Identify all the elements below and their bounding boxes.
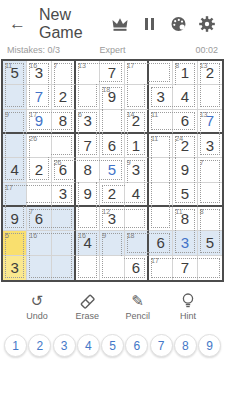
eraser-icon bbox=[79, 293, 96, 309]
cage-sum: 9 bbox=[5, 111, 9, 118]
num-button-8[interactable]: 8 bbox=[174, 334, 197, 357]
cage-sum: 17 bbox=[5, 184, 13, 191]
given-digit: 9 bbox=[76, 183, 99, 205]
crown-icon[interactable] bbox=[111, 16, 129, 32]
given-digit: 6 bbox=[173, 110, 196, 132]
cell-r0c7[interactable]: 81 bbox=[173, 61, 197, 85]
cell-r6c6[interactable] bbox=[149, 207, 173, 231]
cage-sum: 24 bbox=[175, 135, 183, 142]
cell-r5c4[interactable]: 2 bbox=[100, 183, 124, 207]
given-digit: 7 bbox=[76, 134, 99, 157]
given-digit: 7 bbox=[173, 256, 196, 280]
num-button-4[interactable]: 4 bbox=[77, 334, 100, 357]
cell-r2c6[interactable]: 11 bbox=[149, 110, 173, 134]
cell-r4c0[interactable]: 4 bbox=[3, 158, 27, 182]
cell-r3c4[interactable]: 6 bbox=[100, 134, 124, 158]
cell-r7c1[interactable]: 16 bbox=[27, 231, 51, 255]
cage-sum: 11 bbox=[175, 208, 182, 215]
undo-button[interactable]: ↺ Undo bbox=[16, 293, 58, 321]
cage-sum: 8 bbox=[175, 62, 179, 69]
cell-r0c3[interactable]: 13 bbox=[76, 61, 100, 85]
cage-sum: 12 bbox=[102, 208, 110, 215]
top-bar: ← New Game bbox=[0, 0, 225, 38]
entered-digit: 5 bbox=[100, 158, 123, 181]
cage-border bbox=[197, 258, 220, 278]
cell-r8c7[interactable]: 7 bbox=[173, 256, 197, 280]
cage-sum: 9 bbox=[102, 232, 106, 239]
cell-r6c1[interactable]: 76 bbox=[27, 207, 51, 231]
given-digit: 6 bbox=[149, 231, 172, 254]
cage-sum: 13 bbox=[78, 62, 86, 69]
cage-border bbox=[148, 63, 170, 82]
cage-sum: 18 bbox=[127, 232, 135, 239]
cage-border bbox=[78, 255, 97, 278]
page-title: New Game bbox=[39, 6, 111, 42]
given-digit: 2 bbox=[52, 85, 74, 108]
palette-icon[interactable] bbox=[169, 16, 187, 32]
back-arrow-icon[interactable]: ← bbox=[9, 14, 26, 34]
cell-r8c6[interactable]: 17 bbox=[149, 256, 173, 280]
cell-r0c6[interactable] bbox=[149, 61, 173, 85]
given-digit: 3 bbox=[198, 134, 222, 157]
cell-r8c5[interactable]: 6 bbox=[125, 256, 149, 280]
cage-sum: 11 bbox=[151, 135, 158, 142]
num-button-1[interactable]: 1 bbox=[4, 334, 27, 357]
cell-r1c5[interactable] bbox=[125, 85, 149, 109]
settings-gear-icon[interactable] bbox=[198, 16, 216, 32]
cage-sum: 17 bbox=[151, 257, 159, 264]
cell-r6c3[interactable] bbox=[76, 207, 100, 231]
erase-button[interactable]: Erase bbox=[66, 293, 108, 321]
cell-r1c6[interactable]: 3 bbox=[149, 85, 173, 109]
cell-r8c3[interactable] bbox=[76, 256, 100, 280]
cage-sum: 5 bbox=[5, 232, 9, 239]
cage-border bbox=[151, 206, 170, 228]
cell-r3c2[interactable] bbox=[52, 134, 76, 158]
cage-sum: 7 bbox=[29, 208, 33, 215]
cell-r2c5[interactable]: 142 bbox=[125, 110, 149, 134]
cell-r7c6[interactable]: 6 bbox=[149, 231, 173, 255]
cell-r1c4[interactable]: 189 bbox=[100, 85, 124, 109]
top-bar-actions bbox=[111, 16, 216, 32]
cell-r6c2[interactable] bbox=[52, 207, 76, 231]
cell-r6c7[interactable]: 118 bbox=[173, 207, 197, 231]
cell-r7c8[interactable]: 5 bbox=[198, 231, 222, 255]
cell-r3c7[interactable]: 242 bbox=[173, 134, 197, 158]
toolbar: ↺ Undo Erase ✎ Pencil Hint bbox=[0, 282, 225, 321]
status-bar: Mistakes: 0/3 Expert 00:02 bbox=[0, 38, 225, 59]
cell-r4c3[interactable]: 8 bbox=[76, 158, 100, 182]
cell-r6c8[interactable]: 8 bbox=[198, 207, 222, 231]
given-digit: 9 bbox=[173, 158, 196, 181]
cell-r1c1[interactable]: 7 bbox=[27, 85, 51, 109]
cell-r0c5[interactable]: 17 bbox=[125, 61, 149, 85]
cage-sum: 16 bbox=[29, 62, 37, 69]
cell-r8c4[interactable] bbox=[100, 256, 124, 280]
num-button-7[interactable]: 7 bbox=[150, 334, 173, 357]
given-digit: 1 bbox=[125, 134, 147, 157]
cell-r5c3[interactable]: 9 bbox=[76, 183, 100, 207]
cage-sum: 14 bbox=[127, 111, 135, 118]
cage-sum: 11 bbox=[5, 62, 12, 69]
cell-r6c4[interactable]: 123 bbox=[100, 207, 124, 231]
cage-border bbox=[200, 84, 220, 106]
cell-r3c6[interactable]: 11 bbox=[149, 134, 173, 158]
cage-sum: 7 bbox=[200, 159, 204, 166]
cage-border bbox=[127, 84, 145, 106]
cell-r4c8[interactable]: 7 bbox=[198, 158, 222, 182]
given-digit: 5 bbox=[173, 183, 196, 205]
cell-r7c7[interactable]: 3 bbox=[173, 231, 197, 255]
cage-border bbox=[200, 182, 220, 203]
cage-border bbox=[29, 255, 51, 278]
cage-border bbox=[151, 182, 170, 206]
pencil-button[interactable]: ✎ Pencil bbox=[117, 293, 159, 321]
cell-r5c7[interactable]: 5 bbox=[173, 183, 197, 207]
cage-sum: 16 bbox=[78, 232, 86, 239]
cell-r5c6[interactable] bbox=[149, 183, 173, 207]
cell-r1c7[interactable]: 4 bbox=[173, 85, 197, 109]
cell-r7c5[interactable]: 18 bbox=[125, 231, 149, 255]
lightbulb-icon bbox=[182, 293, 194, 309]
cell-r8c2[interactable] bbox=[52, 256, 76, 280]
num-button-9[interactable]: 9 bbox=[198, 334, 221, 357]
timer: 00:02 bbox=[148, 45, 218, 55]
cell-r4c6[interactable] bbox=[149, 158, 173, 182]
number-pad: 123456789 bbox=[0, 321, 225, 357]
cell-r7c2[interactable] bbox=[52, 231, 76, 255]
cage-border bbox=[78, 84, 97, 106]
cell-r1c0[interactable] bbox=[3, 85, 27, 109]
cell-r5c5[interactable]: 4 bbox=[125, 183, 149, 207]
cell-r1c2[interactable]: 2 bbox=[52, 85, 76, 109]
cell-r4c5[interactable]: 93 bbox=[125, 158, 149, 182]
given-digit: 6 bbox=[125, 256, 147, 280]
hint-button[interactable]: Hint bbox=[167, 293, 209, 321]
cell-r0c2[interactable]: 7 bbox=[52, 61, 76, 85]
cell-r0c8[interactable]: 132 bbox=[198, 61, 222, 85]
cage-border bbox=[78, 206, 97, 228]
given-digit: 6 bbox=[100, 134, 123, 157]
cell-r5c2[interactable]: 3 bbox=[52, 183, 76, 207]
cell-r2c3[interactable]: 63 bbox=[76, 110, 100, 134]
given-digit: 9 bbox=[3, 207, 26, 230]
cell-r2c0[interactable]: 9 bbox=[3, 110, 27, 134]
cage-border bbox=[151, 157, 170, 182]
num-button-6[interactable]: 6 bbox=[125, 334, 148, 357]
cage-sum: 9 bbox=[127, 159, 131, 166]
pencil-icon: ✎ bbox=[131, 293, 144, 309]
cell-r7c0[interactable]: 5 bbox=[3, 231, 27, 255]
cell-r2c8[interactable]: 137 bbox=[198, 110, 222, 134]
cage-border bbox=[102, 255, 124, 278]
cell-r3c5[interactable]: 1 bbox=[125, 134, 149, 158]
cage-sum: 26 bbox=[54, 159, 62, 166]
cell-r6c0[interactable]: 9 bbox=[3, 207, 27, 231]
cage-sum: 11 bbox=[151, 111, 158, 118]
cell-r5c0[interactable]: 17 bbox=[3, 183, 27, 207]
given-digit: 8 bbox=[52, 110, 74, 132]
cell-r4c4[interactable]: 5 bbox=[100, 158, 124, 182]
cell-r2c7[interactable]: 6 bbox=[173, 110, 197, 134]
cage-sum: 17 bbox=[29, 111, 37, 118]
cage-border bbox=[51, 136, 72, 155]
given-digit: 5 bbox=[198, 231, 222, 254]
cell-r4c7[interactable]: 9 bbox=[173, 158, 197, 182]
cage-sum: 18 bbox=[102, 86, 110, 93]
cell-r8c0[interactable]: 3 bbox=[3, 256, 27, 280]
cell-r2c4[interactable] bbox=[100, 110, 124, 134]
cage-sum: 7 bbox=[54, 62, 58, 69]
cage-border bbox=[26, 185, 51, 203]
cage-border bbox=[51, 255, 72, 278]
cage-border bbox=[51, 233, 72, 255]
entered-digit: 7 bbox=[27, 85, 50, 108]
cell-r6c5[interactable] bbox=[125, 207, 149, 231]
entered-digit: 3 bbox=[173, 231, 196, 254]
cage-sum: 6 bbox=[78, 111, 82, 118]
difficulty-label: Expert bbox=[77, 45, 147, 55]
num-button-3[interactable]: 3 bbox=[53, 334, 76, 357]
cage-sum: 13 bbox=[200, 62, 208, 69]
given-digit: 3 bbox=[149, 85, 172, 108]
cell-r3c3[interactable]: 7 bbox=[76, 134, 100, 158]
cell-r0c0[interactable]: 115 bbox=[3, 61, 27, 85]
pause-icon[interactable] bbox=[140, 16, 158, 32]
cage-border bbox=[5, 84, 24, 106]
cell-r1c3[interactable] bbox=[76, 85, 100, 109]
given-digit: 4 bbox=[125, 183, 147, 205]
given-digit: 4 bbox=[173, 85, 196, 108]
mistakes-counter: Mistakes: 0/3 bbox=[7, 45, 77, 55]
cage-sum: 13 bbox=[200, 111, 208, 118]
cage-sum: 8 bbox=[200, 208, 204, 215]
undo-icon: ↺ bbox=[31, 293, 44, 309]
cage-sum: 26 bbox=[29, 135, 37, 142]
cell-r7c3[interactable]: 164 bbox=[76, 231, 100, 255]
cell-r4c1[interactable]: 2 bbox=[27, 158, 51, 182]
cell-r0c4[interactable]: 7 bbox=[100, 61, 124, 85]
given-digit: 7 bbox=[100, 61, 123, 84]
cell-r2c1[interactable]: 179 bbox=[27, 110, 51, 134]
given-digit: 2 bbox=[27, 158, 50, 181]
cage-border bbox=[5, 133, 24, 158]
cell-r3c8[interactable]: 3 bbox=[198, 134, 222, 158]
cell-r8c8[interactable] bbox=[198, 256, 222, 280]
cage-sum: 16 bbox=[29, 232, 37, 239]
num-button-2[interactable]: 2 bbox=[28, 334, 51, 357]
given-digit: 3 bbox=[3, 256, 26, 280]
cell-r0c1[interactable]: 163 bbox=[27, 61, 51, 85]
cell-r2c2[interactable]: 8 bbox=[52, 110, 76, 134]
cell-r3c0[interactable] bbox=[3, 134, 27, 158]
cage-border bbox=[124, 209, 145, 228]
given-digit: 4 bbox=[3, 158, 26, 181]
sudoku-board: 1151637137178113272189349179863142116137… bbox=[1, 59, 224, 282]
cell-r5c8[interactable] bbox=[198, 183, 222, 207]
cell-r4c2[interactable]: 266 bbox=[52, 158, 76, 182]
num-button-5[interactable]: 5 bbox=[101, 334, 124, 357]
cell-r7c4[interactable]: 9 bbox=[100, 231, 124, 255]
given-digit: 8 bbox=[76, 158, 99, 181]
given-digit: 3 bbox=[52, 183, 74, 205]
cage-border bbox=[51, 209, 72, 228]
given-digit: 2 bbox=[100, 183, 123, 205]
cage-border bbox=[102, 109, 121, 133]
cell-r8c1[interactable] bbox=[27, 256, 51, 280]
cell-r1c8[interactable] bbox=[198, 85, 222, 109]
cell-r5c1[interactable] bbox=[27, 183, 51, 207]
cell-r3c1[interactable]: 26 bbox=[27, 134, 51, 158]
cage-sum: 17 bbox=[127, 62, 135, 69]
